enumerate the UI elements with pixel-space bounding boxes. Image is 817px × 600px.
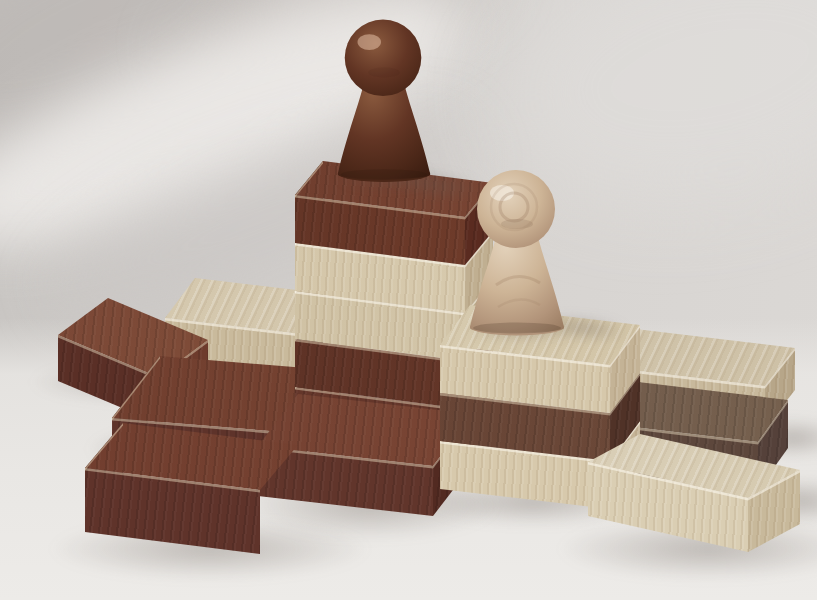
tile-right-step-light	[0, 0, 817, 600]
tile-seam-highlight	[0, 0, 817, 600]
tile-seam-highlight	[0, 0, 817, 600]
tile-top-face	[0, 0, 817, 600]
right-stack-tile-3-light	[0, 0, 817, 600]
tower-tile-2-dark	[0, 0, 817, 600]
soft-shadow	[558, 518, 817, 580]
tile-seam-highlight	[0, 0, 817, 600]
wood-grain-overlay	[0, 0, 817, 600]
tile-sider-face	[0, 0, 817, 600]
tile-seam-highlight	[0, 0, 817, 600]
soft-shadow	[537, 311, 631, 344]
wood-grain-overlay	[0, 0, 817, 600]
wood-grain-overlay	[0, 0, 817, 600]
wood-grain-overlay	[0, 0, 817, 600]
tile-top-face	[0, 0, 817, 600]
tile-front-face	[0, 0, 817, 600]
tile-seam-highlight	[0, 0, 817, 600]
tile-seam-highlight	[0, 0, 817, 600]
tile-front-face	[0, 0, 817, 600]
wood-grain-overlay	[0, 0, 817, 600]
tile-sider-face	[0, 0, 817, 600]
tile-front-face	[0, 0, 817, 600]
photo-scene: Wooden board-game pawns (Ludo / Halma st…	[0, 0, 817, 600]
wood-grain-overlay	[0, 0, 817, 600]
wood-grain-overlay	[0, 0, 817, 600]
tile-seam-highlight	[0, 0, 817, 600]
tile-front-face	[0, 0, 817, 600]
wood-grain-overlay	[0, 0, 817, 600]
wood-grain-overlay	[0, 0, 817, 600]
wood-grain-overlay	[0, 0, 817, 600]
wood-grain-overlay	[0, 0, 817, 600]
wood-grain-overlay	[0, 0, 817, 600]
tile-sidel-face	[0, 0, 817, 600]
wood-grain-overlay	[0, 0, 817, 600]
tile-seam-highlight	[0, 0, 817, 600]
tile-seam-highlight	[0, 0, 817, 600]
wood-grain-overlay	[0, 0, 817, 600]
tile-seam-highlight	[0, 0, 817, 600]
tile-sider-face	[0, 0, 817, 600]
wood-grain-overlay	[0, 0, 817, 600]
wood-grain-overlay	[0, 0, 817, 600]
tile-seam-highlight	[0, 0, 817, 600]
wood-grain-overlay	[0, 0, 817, 600]
tile-front-face	[0, 0, 817, 600]
wood-grain-overlay	[0, 0, 817, 600]
wall-light-streak	[478, 0, 817, 241]
tile-seam-highlight	[0, 0, 817, 600]
tile-top-face	[0, 0, 817, 600]
tile-seam-highlight	[0, 0, 817, 600]
right-stack-tile-1-light	[0, 0, 817, 600]
pawn-base	[470, 319, 564, 336]
tile-seam-highlight	[0, 0, 817, 600]
tile-top-face	[0, 0, 817, 600]
tile-sidel-face	[0, 0, 817, 600]
floor-surface	[0, 318, 817, 600]
tile-front-face	[0, 0, 817, 600]
wood-grain-overlay	[0, 0, 817, 600]
soft-shadow	[88, 428, 238, 470]
pawn-highlight	[490, 185, 514, 201]
tile-seam-highlight	[0, 0, 817, 600]
wood-grain-overlay	[0, 0, 817, 600]
wood-grain-overlay	[0, 0, 817, 600]
soft-shadow	[50, 518, 370, 580]
soft-shadow	[738, 418, 817, 458]
wood-grain-overlay	[0, 0, 817, 600]
wood-grain-overlay	[0, 0, 817, 600]
soft-shadow	[387, 167, 485, 203]
wood-grain-overlay	[0, 0, 817, 600]
tile-seam-highlight	[0, 0, 817, 600]
tile-front-face	[0, 0, 817, 600]
wood-grain-overlay	[0, 0, 817, 600]
soft-shadow	[336, 166, 440, 188]
soft-shadow	[468, 318, 576, 340]
pawn-body	[470, 220, 564, 333]
tile-seam-highlight	[0, 0, 817, 600]
tile-sidel-face	[0, 0, 817, 600]
tile-sidel-face	[0, 0, 817, 600]
wood-grain-overlay	[0, 0, 817, 600]
wood-grain-overlay	[0, 0, 817, 600]
tile-sider-face	[0, 0, 817, 600]
tile-sidel-face	[0, 0, 817, 600]
tower-tile-4-light	[0, 0, 817, 600]
wall-light-streak	[161, 0, 509, 113]
dark-pawn	[330, 16, 438, 184]
tile-seam-highlight	[0, 0, 817, 600]
tile-front-face	[0, 0, 817, 600]
right-stack-tile-2-dark	[0, 0, 817, 600]
tile-seam-highlight	[0, 0, 817, 600]
tile-front-face	[0, 0, 817, 600]
tile-top-face	[0, 0, 817, 600]
tile-seam-highlight	[0, 0, 817, 600]
tile-seam-highlight	[0, 0, 817, 600]
wood-grain-overlay	[0, 0, 817, 600]
tile-seam-highlight	[0, 0, 817, 600]
tile-front-right-light	[0, 0, 817, 600]
soft-shadow	[450, 418, 600, 470]
tile-front-face	[0, 0, 817, 600]
pawn-head	[477, 170, 555, 248]
tile-sider-face	[0, 0, 817, 600]
tile-seam-highlight	[0, 0, 817, 600]
light-pawn	[462, 166, 572, 338]
wood-grain-overlay	[0, 0, 817, 600]
soft-shadow	[30, 360, 270, 404]
tile-seam-highlight	[0, 0, 817, 600]
wood-grain-overlay	[0, 0, 817, 600]
tile-top-face	[0, 0, 817, 600]
tile-top-face	[0, 0, 817, 600]
wood-grain-overlay	[0, 0, 817, 600]
tile-sider-face	[0, 0, 817, 600]
tower-tile-1-dark	[0, 0, 817, 600]
tower-tile-3-light	[0, 0, 817, 600]
wood-grain-overlay	[0, 0, 817, 600]
tile-seam-highlight	[0, 0, 817, 600]
tile-front-face	[0, 0, 817, 600]
tile-seam-highlight	[0, 0, 817, 600]
tile-front-face	[0, 0, 817, 600]
pawn-highlight	[357, 34, 381, 50]
tile-seam-highlight	[0, 0, 817, 600]
tile-seam-highlight	[0, 0, 817, 600]
wood-grain-overlay	[0, 0, 817, 600]
wood-grain-overlay	[0, 0, 817, 600]
soft-shadow	[735, 478, 817, 524]
soft-shadow	[240, 470, 500, 540]
tower-tile-5-dark	[0, 0, 817, 600]
wood-grain-overlay	[0, 0, 817, 600]
wood-grain-overlay	[0, 0, 817, 600]
tile-seam-highlight	[0, 0, 817, 600]
tile-top-face	[0, 0, 817, 600]
wood-grain-overlay	[0, 0, 817, 600]
pawn-body	[338, 69, 430, 179]
soft-shadow	[418, 478, 648, 526]
tile-seam-highlight	[0, 0, 817, 600]
wall-light-streak	[33, 88, 488, 351]
tile-seam-highlight	[0, 0, 817, 600]
wood-grain-overlay	[0, 0, 817, 600]
tile-seam-highlight	[0, 0, 817, 600]
wood-grain-overlay	[0, 0, 817, 600]
tile-sider-face	[0, 0, 817, 600]
pawn-base	[338, 165, 430, 182]
tile-seam-highlight	[0, 0, 817, 600]
wood-grain-overlay	[0, 0, 817, 600]
tile-sider-face	[0, 0, 817, 600]
tile-sider-face	[0, 0, 817, 600]
wood-grain-overlay	[0, 0, 817, 600]
wood-grain-overlay	[0, 0, 817, 600]
tile-sider-face	[0, 0, 817, 600]
wood-grain-overlay	[0, 0, 817, 600]
wood-grain-overlay	[0, 0, 817, 600]
tile-front-face	[0, 0, 817, 600]
tile-top-face	[0, 0, 817, 600]
wall-light-streak	[0, 0, 323, 207]
tile-sider-face	[0, 0, 817, 600]
wall-light-streak	[0, 0, 488, 294]
wood-grain-overlay	[0, 0, 817, 600]
tile-back-left-light	[0, 0, 817, 600]
tile-sider-face	[0, 0, 817, 600]
tile-front-face	[0, 0, 817, 600]
pawn-head	[345, 19, 422, 96]
tile-sider-face	[0, 0, 817, 600]
tile-front-center-dark	[0, 0, 817, 600]
tile-front-left-dark	[0, 0, 817, 600]
tile-sidel-face	[0, 0, 817, 600]
tile-front-face	[0, 0, 817, 600]
wood-grain-overlay	[0, 0, 817, 600]
tile-left-step-dark	[0, 0, 817, 600]
tile-front-face	[0, 0, 817, 600]
tile-sider-face	[0, 0, 817, 600]
wood-grain-overlay	[0, 0, 817, 600]
tile-seam-highlight	[0, 0, 817, 600]
tile-seam-highlight	[0, 0, 817, 600]
tile-seam-highlight	[0, 0, 817, 600]
tile-far-left-dark	[0, 0, 817, 600]
tile-seam-highlight	[0, 0, 817, 600]
tile-top-face	[0, 0, 817, 600]
tile-sidel-face	[0, 0, 817, 600]
tile-right-step-dark	[0, 0, 817, 600]
